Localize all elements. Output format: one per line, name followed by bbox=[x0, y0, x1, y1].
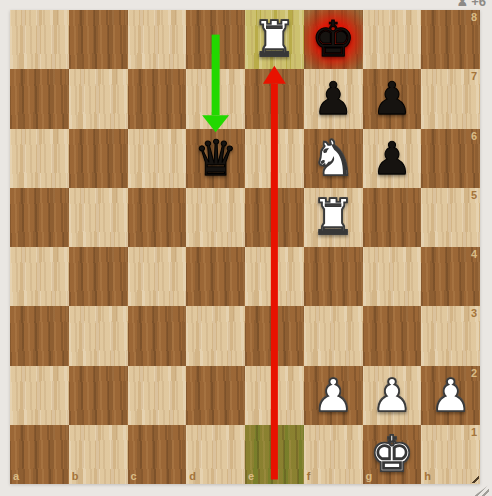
square-h6[interactable]: 6 bbox=[421, 129, 480, 188]
page-background: 8765432abcdefg1h ♜♚♟♟♛♞♟♜♟♟♟♚ ♟ +6 bbox=[0, 0, 492, 496]
square-f3[interactable] bbox=[304, 306, 363, 365]
pawn-icon: ♟ bbox=[457, 0, 469, 9]
square-a4[interactable] bbox=[10, 247, 69, 306]
square-h8[interactable]: 8 bbox=[421, 10, 480, 69]
white-pawn-f2[interactable]: ♟ bbox=[304, 366, 363, 425]
square-g8[interactable] bbox=[363, 10, 422, 69]
square-d7[interactable] bbox=[186, 69, 245, 128]
square-e5[interactable] bbox=[245, 188, 304, 247]
square-g3[interactable] bbox=[363, 306, 422, 365]
square-c3[interactable] bbox=[128, 306, 187, 365]
white-rook-e8[interactable]: ♜ bbox=[245, 10, 304, 69]
square-d8[interactable] bbox=[186, 10, 245, 69]
square-h3[interactable]: 3 bbox=[421, 306, 480, 365]
square-a5[interactable] bbox=[10, 188, 69, 247]
rank-label: 6 bbox=[471, 131, 477, 142]
square-b7[interactable] bbox=[69, 69, 128, 128]
rank-label: 4 bbox=[471, 249, 477, 260]
square-b3[interactable] bbox=[69, 306, 128, 365]
square-d2[interactable] bbox=[186, 366, 245, 425]
square-c2[interactable] bbox=[128, 366, 187, 425]
square-a6[interactable] bbox=[10, 129, 69, 188]
rank-label: 7 bbox=[471, 71, 477, 82]
square-c5[interactable] bbox=[128, 188, 187, 247]
square-f1[interactable]: f bbox=[304, 425, 363, 484]
square-a8[interactable] bbox=[10, 10, 69, 69]
black-pawn-g7[interactable]: ♟ bbox=[363, 69, 422, 128]
square-d4[interactable] bbox=[186, 247, 245, 306]
rank-label: 5 bbox=[471, 190, 477, 201]
square-c6[interactable] bbox=[128, 129, 187, 188]
white-knight-f6[interactable]: ♞ bbox=[304, 129, 363, 188]
white-pawn-h2[interactable]: ♟ bbox=[421, 366, 480, 425]
black-king-f8[interactable]: ♚ bbox=[304, 10, 363, 69]
square-b4[interactable] bbox=[69, 247, 128, 306]
square-a1[interactable]: a bbox=[10, 425, 69, 484]
square-b8[interactable] bbox=[69, 10, 128, 69]
square-d5[interactable] bbox=[186, 188, 245, 247]
file-label: b bbox=[72, 471, 79, 482]
black-pawn-f7[interactable]: ♟ bbox=[304, 69, 363, 128]
square-h1[interactable]: 1h bbox=[421, 425, 480, 484]
square-b2[interactable] bbox=[69, 366, 128, 425]
file-label: d bbox=[189, 471, 196, 482]
square-g4[interactable] bbox=[363, 247, 422, 306]
square-c1[interactable]: c bbox=[128, 425, 187, 484]
material-value: +6 bbox=[471, 0, 486, 9]
square-e6[interactable] bbox=[245, 129, 304, 188]
file-label: a bbox=[13, 471, 19, 482]
file-label: c bbox=[131, 471, 137, 482]
square-a7[interactable] bbox=[10, 69, 69, 128]
square-d1[interactable]: d bbox=[186, 425, 245, 484]
square-d3[interactable] bbox=[186, 306, 245, 365]
white-king-g1[interactable]: ♚ bbox=[363, 425, 422, 484]
square-g5[interactable] bbox=[363, 188, 422, 247]
square-b5[interactable] bbox=[69, 188, 128, 247]
square-e3[interactable] bbox=[245, 306, 304, 365]
rank-label: 1 bbox=[471, 427, 477, 438]
black-queen-d6[interactable]: ♛ bbox=[186, 129, 245, 188]
rank-label: 3 bbox=[471, 308, 477, 319]
resize-cursor-icon bbox=[474, 485, 489, 496]
file-label: f bbox=[307, 471, 311, 482]
white-pawn-g2[interactable]: ♟ bbox=[363, 366, 422, 425]
square-c8[interactable] bbox=[128, 10, 187, 69]
square-h5[interactable]: 5 bbox=[421, 188, 480, 247]
square-c4[interactable] bbox=[128, 247, 187, 306]
square-e4[interactable] bbox=[245, 247, 304, 306]
square-c7[interactable] bbox=[128, 69, 187, 128]
square-e1[interactable]: e bbox=[245, 425, 304, 484]
square-e7[interactable] bbox=[245, 69, 304, 128]
material-indicator: ♟ +6 bbox=[457, 0, 486, 9]
square-e2[interactable] bbox=[245, 366, 304, 425]
square-b6[interactable] bbox=[69, 129, 128, 188]
square-h4[interactable]: 4 bbox=[421, 247, 480, 306]
file-label: h bbox=[424, 471, 431, 482]
square-a3[interactable] bbox=[10, 306, 69, 365]
white-rook-f5[interactable]: ♜ bbox=[304, 188, 363, 247]
square-b1[interactable]: b bbox=[69, 425, 128, 484]
square-a2[interactable] bbox=[10, 366, 69, 425]
file-label: e bbox=[248, 471, 254, 482]
square-f4[interactable] bbox=[304, 247, 363, 306]
rank-label: 8 bbox=[471, 12, 477, 23]
square-h7[interactable]: 7 bbox=[421, 69, 480, 128]
black-pawn-g6[interactable]: ♟ bbox=[363, 129, 422, 188]
